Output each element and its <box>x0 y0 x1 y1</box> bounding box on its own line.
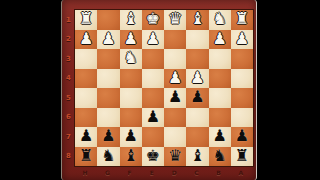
file-label: H <box>74 166 96 178</box>
board-square[interactable]: ♟ <box>142 108 164 128</box>
rank-label: 4 <box>63 69 74 89</box>
board-square[interactable]: ♝ <box>120 10 142 30</box>
white-bishop[interactable]: ♝ <box>123 11 137 27</box>
chess-board-frame: 12345678 ♜♝♚♛♝♞♜♟♟♟♟♟♟♞♟♟♟♟♟♟♟♟♟♟♜♞♝♚♛♝♞… <box>61 0 257 180</box>
board-square[interactable] <box>75 49 97 69</box>
black-rook[interactable]: ♜ <box>235 148 249 164</box>
board-square[interactable]: ♟ <box>209 30 231 50</box>
board-square[interactable]: ♚ <box>142 147 164 167</box>
white-pawn[interactable]: ♟ <box>101 31 115 47</box>
board-square[interactable] <box>120 69 142 89</box>
board-square[interactable] <box>142 127 164 147</box>
board-square[interactable]: ♟ <box>164 88 186 108</box>
rank-label: 7 <box>63 127 74 147</box>
board-square[interactable]: ♟ <box>231 127 253 147</box>
board-square[interactable] <box>75 108 97 128</box>
black-pawn[interactable]: ♟ <box>212 128 226 144</box>
board-square[interactable]: ♟ <box>97 30 119 50</box>
white-rook[interactable]: ♜ <box>79 11 93 27</box>
white-pawn[interactable]: ♟ <box>168 70 182 86</box>
board-square[interactable] <box>164 127 186 147</box>
board-square[interactable] <box>164 30 186 50</box>
black-pawn[interactable]: ♟ <box>101 128 115 144</box>
board-square[interactable] <box>97 88 119 108</box>
white-king[interactable]: ♚ <box>146 11 160 27</box>
file-label: E <box>141 166 163 178</box>
black-pawn[interactable]: ♟ <box>123 128 137 144</box>
board-square[interactable]: ♜ <box>75 147 97 167</box>
board-square[interactable]: ♛ <box>164 10 186 30</box>
white-bishop[interactable]: ♝ <box>190 11 204 27</box>
white-knight[interactable]: ♞ <box>212 11 226 27</box>
board-square[interactable] <box>209 49 231 69</box>
board-square[interactable] <box>209 88 231 108</box>
board-square[interactable]: ♟ <box>97 127 119 147</box>
white-knight[interactable]: ♞ <box>123 50 137 66</box>
board-square[interactable]: ♟ <box>75 127 97 147</box>
file-labels: HGFEDCBA <box>74 166 254 178</box>
board-square[interactable] <box>142 49 164 69</box>
black-knight[interactable]: ♞ <box>101 148 115 164</box>
board-square[interactable] <box>186 127 208 147</box>
board-square[interactable] <box>231 88 253 108</box>
board-square[interactable]: ♝ <box>186 10 208 30</box>
board-square[interactable]: ♜ <box>231 10 253 30</box>
board-square[interactable]: ♝ <box>186 147 208 167</box>
board-square[interactable] <box>164 49 186 69</box>
board-square[interactable] <box>231 108 253 128</box>
board-square[interactable]: ♟ <box>164 69 186 89</box>
board-square[interactable] <box>186 49 208 69</box>
board-square[interactable]: ♟ <box>209 127 231 147</box>
board-square[interactable]: ♛ <box>164 147 186 167</box>
black-king[interactable]: ♚ <box>146 148 160 164</box>
board-square[interactable] <box>186 108 208 128</box>
board-square[interactable] <box>75 88 97 108</box>
board-square[interactable]: ♟ <box>120 127 142 147</box>
rank-label: 8 <box>63 147 74 167</box>
board-square[interactable] <box>120 88 142 108</box>
black-pawn[interactable]: ♟ <box>190 89 204 105</box>
white-queen[interactable]: ♛ <box>168 11 182 27</box>
white-rook[interactable]: ♜ <box>235 11 249 27</box>
white-pawn[interactable]: ♟ <box>235 31 249 47</box>
board-square[interactable]: ♟ <box>75 30 97 50</box>
board-square[interactable] <box>209 69 231 89</box>
rank-label: 2 <box>63 30 74 50</box>
board-square[interactable]: ♜ <box>231 147 253 167</box>
board-square[interactable]: ♟ <box>231 30 253 50</box>
black-pawn[interactable]: ♟ <box>235 128 249 144</box>
rank-label: 3 <box>63 49 74 69</box>
board-square[interactable] <box>209 108 231 128</box>
black-bishop[interactable]: ♝ <box>190 148 204 164</box>
rank-labels: 12345678 <box>63 10 74 166</box>
board-square[interactable]: ♚ <box>142 10 164 30</box>
board-square[interactable]: ♟ <box>120 30 142 50</box>
board-square[interactable] <box>142 88 164 108</box>
board-square[interactable]: ♜ <box>75 10 97 30</box>
board-square[interactable]: ♞ <box>97 147 119 167</box>
file-label: F <box>119 166 141 178</box>
board-square[interactable] <box>231 49 253 69</box>
rank-label: 5 <box>63 88 74 108</box>
file-label: C <box>185 166 207 178</box>
board-square[interactable] <box>164 108 186 128</box>
black-pawn[interactable]: ♟ <box>79 128 93 144</box>
board-square[interactable]: ♞ <box>209 147 231 167</box>
board-square[interactable] <box>97 69 119 89</box>
black-pawn[interactable]: ♟ <box>168 89 182 105</box>
black-queen[interactable]: ♛ <box>168 148 182 164</box>
black-knight[interactable]: ♞ <box>212 148 226 164</box>
board-square[interactable] <box>97 49 119 69</box>
file-label: B <box>208 166 230 178</box>
black-pawn[interactable]: ♟ <box>146 109 160 125</box>
board-square[interactable]: ♝ <box>120 147 142 167</box>
board-square[interactable] <box>97 108 119 128</box>
black-rook[interactable]: ♜ <box>79 148 93 164</box>
white-pawn[interactable]: ♟ <box>190 70 204 86</box>
file-label: D <box>163 166 185 178</box>
board-square[interactable]: ♟ <box>186 69 208 89</box>
board-square[interactable] <box>120 108 142 128</box>
file-label: G <box>96 166 118 178</box>
rank-label: 1 <box>63 10 74 30</box>
chess-board[interactable]: ♜♝♚♛♝♞♜♟♟♟♟♟♟♞♟♟♟♟♟♟♟♟♟♟♜♞♝♚♛♝♞♜ <box>74 9 254 167</box>
board-square[interactable]: ♞ <box>120 49 142 69</box>
white-pawn[interactable]: ♟ <box>79 31 93 47</box>
board-square[interactable]: ♟ <box>186 88 208 108</box>
board-square[interactable] <box>142 69 164 89</box>
board-square[interactable] <box>97 10 119 30</box>
white-pawn[interactable]: ♟ <box>212 31 226 47</box>
white-pawn[interactable]: ♟ <box>146 31 160 47</box>
video-frame: 12345678 ♜♝♚♛♝♞♜♟♟♟♟♟♟♞♟♟♟♟♟♟♟♟♟♟♜♞♝♚♛♝♞… <box>0 0 320 180</box>
black-bishop[interactable]: ♝ <box>123 148 137 164</box>
board-square[interactable] <box>186 30 208 50</box>
file-label: A <box>230 166 252 178</box>
white-pawn[interactable]: ♟ <box>123 31 137 47</box>
board-square[interactable]: ♞ <box>209 10 231 30</box>
board-square[interactable] <box>75 69 97 89</box>
board-square[interactable] <box>231 69 253 89</box>
board-square[interactable]: ♟ <box>142 30 164 50</box>
rank-label: 6 <box>63 108 74 128</box>
